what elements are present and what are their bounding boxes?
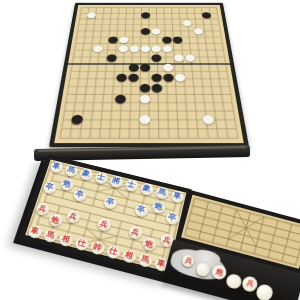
go-stone-white[interactable]: ● bbox=[181, 18, 192, 26]
xiangqi-piece-blue[interactable]: 炮 bbox=[151, 199, 167, 214]
xiangqi-piece-blue[interactable]: 卒 bbox=[164, 211, 180, 226]
xiangqi-piece-blue[interactable]: 象 bbox=[139, 181, 154, 195]
xiangqi-piece-blue[interactable]: 將 bbox=[108, 174, 124, 188]
xiangqi-piece-red[interactable]: 帥 bbox=[89, 240, 105, 256]
go-stone-black[interactable]: ● bbox=[139, 62, 151, 72]
go-stone-white[interactable]: ● bbox=[129, 43, 140, 52]
xiangqi-piece-blue[interactable]: 卒 bbox=[41, 180, 57, 194]
go-stone-white[interactable]: ● bbox=[86, 11, 97, 19]
go-stone-white[interactable]: ● bbox=[184, 52, 196, 61]
go-stone-white[interactable]: ● bbox=[174, 71, 186, 81]
go-stone-black[interactable]: ● bbox=[151, 52, 162, 61]
go-stones-layer: ●●●●●●●●●●●●●●●●●●●●●●●●●●●●●●●●●●●● bbox=[54, 5, 243, 143]
go-stone-white[interactable]: ● bbox=[162, 62, 174, 72]
go-stone-black[interactable]: ● bbox=[127, 71, 139, 81]
go-stone-white[interactable]: ● bbox=[138, 112, 151, 124]
go-stone-black[interactable]: ● bbox=[106, 52, 118, 61]
xiangqi-piece-red[interactable]: 車 bbox=[27, 224, 44, 239]
go-stone-black[interactable]: ● bbox=[151, 82, 163, 93]
xiangqi-piece-blue[interactable]: 卒 bbox=[133, 203, 149, 218]
xiangqi-piece-blue[interactable]: 炮 bbox=[59, 177, 75, 191]
go-stone-black[interactable]: ● bbox=[116, 71, 128, 81]
xiangqi-piece-red[interactable]: 相 bbox=[58, 232, 74, 248]
go-stone-black[interactable]: ● bbox=[140, 26, 151, 34]
go-stone-white[interactable]: ● bbox=[201, 112, 215, 124]
go-stone-white[interactable]: ● bbox=[140, 43, 151, 52]
xiangqi-piece-red[interactable]: 兵 bbox=[65, 209, 81, 224]
go-stone-white[interactable]: ● bbox=[192, 26, 203, 34]
xiangqi-board: 兵兵兵兵兵炮炮車馬相仕帥仕相馬車車馬象士將士象馬車炮炮卒卒卒卒卒 bbox=[19, 154, 192, 278]
go-stone-white[interactable]: ● bbox=[173, 52, 185, 61]
xiangqi-pieces-layer: 兵兵兵兵兵炮炮車馬相仕帥仕相馬車車馬象士將士象馬車炮炮卒卒卒卒卒 bbox=[25, 160, 186, 272]
storage-box-scene: 兵炮兵 bbox=[165, 190, 300, 300]
go-stone-white[interactable]: ● bbox=[151, 26, 162, 34]
xiangqi-piece-red[interactable]: 相 bbox=[121, 248, 137, 264]
go-stone-white[interactable]: ● bbox=[118, 43, 129, 52]
go-stone-white[interactable]: ● bbox=[139, 92, 151, 103]
xiangqi-piece-blue[interactable]: 士 bbox=[124, 178, 139, 192]
xiangqi-piece-blue[interactable]: 馬 bbox=[154, 185, 169, 200]
xiangqi-piece-red[interactable]: 炮 bbox=[141, 236, 157, 252]
xiangqi-piece-red[interactable]: 仕 bbox=[73, 236, 89, 252]
go-stone-black[interactable]: ● bbox=[201, 11, 212, 19]
xiangqi-piece-red[interactable]: 兵 bbox=[127, 225, 143, 240]
go-stone-black[interactable]: ● bbox=[140, 11, 150, 19]
go-stone-black[interactable]: ● bbox=[172, 35, 183, 44]
go-stone-white[interactable]: ● bbox=[151, 43, 162, 52]
xiangqi-piece-red[interactable]: 兵 bbox=[96, 217, 112, 232]
xiangqi-piece-blue[interactable]: 士 bbox=[93, 170, 109, 184]
go-stone-white[interactable]: ● bbox=[92, 43, 104, 52]
go-stone-black[interactable]: ● bbox=[107, 35, 118, 44]
go-board-scene: ●●●●●●●●●●●●●●●●●●●●●●●●●●●●●●●●●●●● bbox=[49, 3, 249, 148]
xiangqi-piece-red[interactable]: 馬 bbox=[137, 252, 153, 268]
stored-piece-wrapped[interactable] bbox=[225, 272, 242, 289]
go-stone-white[interactable]: ● bbox=[162, 43, 173, 52]
xiangqi-piece-red[interactable]: 馬 bbox=[42, 228, 59, 243]
go-stone-black[interactable]: ● bbox=[114, 92, 127, 103]
xiangqi-piece-red[interactable]: 仕 bbox=[105, 244, 121, 260]
product-photo: ●●●●●●●●●●●●●●●●●●●●●●●●●●●●●●●●●●●● 兵兵兵… bbox=[0, 0, 300, 300]
xiangqi-piece-red[interactable]: 兵 bbox=[34, 202, 50, 217]
xiangqi-board-scene: 兵兵兵兵兵炮炮車馬相仕帥仕相馬車車馬象士將士象馬車炮炮卒卒卒卒卒 bbox=[19, 154, 192, 278]
xiangqi-piece-blue[interactable]: 車 bbox=[48, 159, 64, 173]
xiangqi-piece-blue[interactable]: 車 bbox=[170, 189, 185, 204]
xiangqi-piece-blue[interactable]: 象 bbox=[78, 167, 94, 181]
stored-piece-wrapped[interactable] bbox=[255, 283, 274, 300]
xiangqi-piece-blue[interactable]: 馬 bbox=[63, 163, 79, 177]
go-stone-black[interactable]: ● bbox=[162, 71, 174, 81]
go-board: ●●●●●●●●●●●●●●●●●●●●●●●●●●●●●●●●●●●● bbox=[49, 3, 249, 148]
go-stone-black[interactable]: ● bbox=[70, 112, 84, 124]
xiangqi-piece-blue[interactable]: 卒 bbox=[72, 188, 88, 203]
xiangqi-piece-blue[interactable]: 卒 bbox=[102, 195, 118, 210]
xiangqi-piece-red[interactable]: 炮 bbox=[47, 213, 63, 228]
